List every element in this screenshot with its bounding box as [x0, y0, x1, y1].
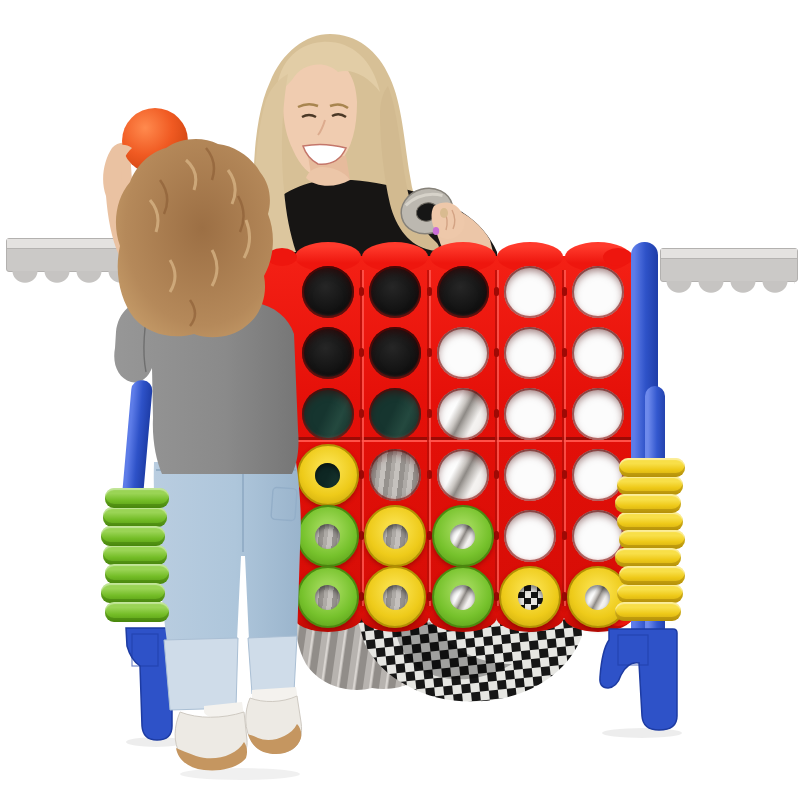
stacked-green-ring [101, 526, 165, 546]
green-ring [297, 566, 359, 628]
woman-smile [303, 144, 346, 164]
board-cell-r3c2 [362, 383, 430, 444]
empty-hole [572, 327, 624, 379]
board-cell-r2c2 [362, 322, 430, 383]
board-cell-r6c1 [294, 566, 362, 627]
woman-hair-back [254, 34, 443, 252]
board-cell-r1c3 [429, 261, 497, 322]
empty-hole [504, 388, 556, 440]
empty-hole [504, 327, 556, 379]
right-foot [600, 629, 677, 730]
left-foot-panel [132, 634, 158, 666]
ring-center-hole [383, 524, 408, 549]
stacked-green-ring [103, 545, 167, 565]
empty-hole [572, 449, 624, 501]
ring-center-hole [450, 585, 475, 610]
empty-hole [437, 449, 489, 501]
board-cell-r2c1 [294, 322, 362, 383]
board-cell-r1c5 [564, 261, 632, 322]
yellow-ring [297, 444, 359, 506]
empty-hole [437, 327, 489, 379]
board-cell-r2c5 [564, 322, 632, 383]
ring-center-hole [315, 524, 340, 549]
woman-fingertip [440, 208, 448, 218]
board-edge-bump [267, 608, 297, 626]
board-cell-r6c4 [497, 566, 565, 627]
child-fingers [106, 145, 132, 207]
yellow-ring-stack [617, 459, 683, 621]
left-foot-shadow [126, 737, 186, 747]
ring-center-hole [315, 585, 340, 610]
woman-eyebrow-right [330, 104, 348, 108]
board-cell-r3c1 [294, 383, 362, 444]
stacked-yellow-ring [617, 512, 683, 531]
board-cell-r3c4 [497, 383, 565, 444]
child-shoe-right [246, 696, 302, 753]
woman-nose [318, 120, 325, 135]
board-cell-r1c4 [497, 261, 565, 322]
ring-center-hole [585, 585, 610, 610]
empty-hole [504, 449, 556, 501]
empty-hole [369, 388, 421, 440]
stacked-green-ring [105, 564, 169, 584]
woman-hair-right-curtain [380, 86, 439, 251]
child-hair [116, 139, 273, 337]
shoe-left-sole [176, 742, 247, 771]
ring-center-hole [450, 524, 475, 549]
jeans-cuff-left [164, 638, 238, 710]
empty-hole [369, 327, 421, 379]
stacked-yellow-ring [615, 602, 681, 621]
left-disc-tray [6, 238, 128, 272]
board-cell-r2c4 [497, 322, 565, 383]
empty-hole [437, 388, 489, 440]
board-cell-r4c4 [497, 444, 565, 505]
woman-eyebrow-left [298, 104, 318, 107]
gray-ring-held [396, 183, 458, 240]
woman-face [283, 56, 357, 176]
green-ring [432, 566, 494, 628]
stacked-green-ring [101, 583, 165, 603]
empty-hole [572, 388, 624, 440]
board-edge-bump [267, 248, 297, 266]
woman-pink-nail [433, 227, 439, 235]
stacked-yellow-ring [619, 530, 685, 549]
right-foot-shadow [602, 728, 682, 738]
board-cell-r1c2 [362, 261, 430, 322]
woman-hair-left-curtain [255, 74, 296, 252]
stacked-yellow-ring [615, 548, 681, 567]
stacked-yellow-ring [615, 494, 681, 513]
board-cell-r3c5 [564, 383, 632, 444]
empty-hole [437, 266, 489, 318]
empty-hole [302, 266, 354, 318]
connect-four-board [261, 256, 639, 618]
green-ring [432, 505, 494, 567]
empty-hole [302, 388, 354, 440]
board-grid [294, 261, 632, 627]
board-cell-r5c4 [497, 505, 565, 566]
green-ring-stack [103, 489, 167, 622]
board-cell-r4c2 [362, 444, 430, 505]
yellow-ring [364, 566, 426, 628]
left-post-rod [122, 379, 153, 498]
orange-ball [122, 108, 188, 174]
tee-collar [192, 294, 242, 306]
ring-center-hole [315, 463, 340, 488]
board-cell-r6c2 [362, 566, 430, 627]
jeans-cuff-right [248, 636, 297, 694]
stacked-green-ring [103, 507, 167, 527]
child-shoe-left [175, 712, 247, 768]
woman-hair-front [276, 42, 380, 100]
woman-chest-skin [306, 167, 350, 186]
shoe-right-sole [248, 724, 301, 754]
woman-neck [308, 156, 350, 185]
ring-center-hole [383, 585, 408, 610]
empty-hole [504, 266, 556, 318]
stacked-yellow-ring [619, 566, 685, 585]
empty-hole [504, 510, 556, 562]
board-cell-r1c1 [294, 261, 362, 322]
stacked-yellow-ring [617, 476, 683, 495]
board-cell-r2c3 [429, 322, 497, 383]
empty-hole [369, 449, 421, 501]
child-sock-right [252, 687, 298, 704]
right-disc-tray [660, 248, 798, 282]
empty-hole [369, 266, 421, 318]
stacked-green-ring [105, 602, 169, 622]
child-shadow [180, 768, 300, 780]
yellow-ring [499, 566, 561, 628]
stacked-green-ring [105, 488, 169, 508]
board-cell-r4c1 [294, 444, 362, 505]
child-hair-curls [150, 160, 250, 292]
board-cell-r3c3 [429, 383, 497, 444]
woman-finger-lines [444, 210, 455, 230]
empty-hole [302, 327, 354, 379]
woman-eye-right [332, 114, 346, 117]
yellow-ring [364, 505, 426, 567]
board-cell-r5c1 [294, 505, 362, 566]
board-cell-r4c3 [429, 444, 497, 505]
empty-hole [572, 266, 624, 318]
board-cell-r5c2 [362, 505, 430, 566]
child-sock-left [204, 702, 244, 719]
woman-hand [432, 203, 465, 240]
woman-eye-left [302, 115, 316, 117]
child-hair-dark-strands [160, 148, 244, 326]
right-foot-panel [618, 635, 648, 665]
left-foot [126, 628, 172, 740]
product-photo-stage [0, 0, 800, 800]
tee-sleeve-seam [144, 300, 150, 372]
stacked-yellow-ring [617, 584, 683, 603]
stacked-yellow-ring [619, 458, 685, 477]
green-ring [297, 505, 359, 567]
board-cell-r5c3 [429, 505, 497, 566]
board-cell-r6c3 [429, 566, 497, 627]
ring-center-hole [518, 585, 543, 610]
